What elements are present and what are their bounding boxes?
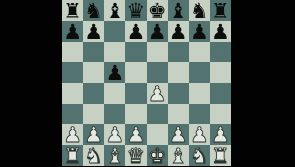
piece-white-bishop: ♝: [105, 146, 124, 167]
square-c3[interactable]: [104, 104, 125, 124]
piece-black-pawn: ♟: [148, 22, 167, 43]
square-h6[interactable]: [210, 42, 231, 62]
square-a4[interactable]: [62, 83, 83, 104]
square-h7[interactable]: ♟: [210, 21, 231, 42]
piece-black-pawn: ♟: [84, 22, 103, 43]
piece-white-rook: ♜: [211, 146, 230, 167]
piece-black-pawn: ♟: [190, 22, 209, 43]
square-f4[interactable]: [168, 83, 189, 104]
square-c7[interactable]: [104, 21, 125, 42]
square-d5[interactable]: [125, 62, 146, 83]
piece-white-queen: ♛: [127, 146, 146, 167]
piece-white-knight: ♞: [190, 146, 209, 167]
piece-white-pawn: ♟: [127, 125, 146, 146]
piece-black-rook: ♜: [63, 1, 82, 22]
square-a6[interactable]: [62, 42, 83, 62]
square-g6[interactable]: [189, 42, 210, 62]
square-g2[interactable]: ♟: [189, 124, 210, 145]
piece-black-king: ♚: [148, 1, 167, 22]
square-f6[interactable]: [168, 42, 189, 62]
video-frame: ♜♞♝♛♚♝♞♜♟♟♟♟♟♟♟♟♟♟♟♟♟♟♟♟♜♞♝♛♚♝♞♜: [0, 0, 295, 166]
square-a7[interactable]: ♟: [62, 21, 83, 42]
square-f5[interactable]: [168, 62, 189, 83]
square-b3[interactable]: [83, 104, 104, 124]
square-c6[interactable]: [104, 42, 125, 62]
square-c2[interactable]: ♟: [104, 124, 125, 145]
square-f2[interactable]: ♟: [168, 124, 189, 145]
piece-white-pawn: ♟: [105, 125, 124, 146]
square-b1[interactable]: ♞: [83, 145, 104, 166]
square-b5[interactable]: [83, 62, 104, 83]
square-b8[interactable]: ♞: [83, 0, 104, 21]
piece-white-knight: ♞: [84, 146, 103, 167]
piece-white-pawn: ♟: [190, 125, 209, 146]
square-g3[interactable]: [189, 104, 210, 124]
square-g1[interactable]: ♞: [189, 145, 210, 166]
square-a1[interactable]: ♜: [62, 145, 83, 166]
square-f7[interactable]: ♟: [168, 21, 189, 42]
square-h2[interactable]: ♟: [210, 124, 231, 145]
square-a3[interactable]: [62, 104, 83, 124]
square-c5[interactable]: ♟: [104, 62, 125, 83]
square-e8[interactable]: ♚: [147, 0, 168, 21]
piece-black-knight: ♞: [84, 1, 103, 22]
square-b4[interactable]: [83, 83, 104, 104]
square-e2[interactable]: [147, 124, 168, 145]
square-g7[interactable]: ♟: [189, 21, 210, 42]
piece-white-pawn: ♟: [63, 125, 82, 146]
square-c8[interactable]: ♝: [104, 0, 125, 21]
square-d8[interactable]: ♛: [125, 0, 146, 21]
square-h1[interactable]: ♜: [210, 145, 231, 166]
square-d2[interactable]: ♟: [125, 124, 146, 145]
square-h8[interactable]: ♜: [210, 0, 231, 21]
square-b6[interactable]: [83, 42, 104, 62]
piece-white-pawn: ♟: [148, 84, 167, 105]
square-h5[interactable]: [210, 62, 231, 83]
square-d1[interactable]: ♛: [125, 145, 146, 166]
chess-board: ♜♞♝♛♚♝♞♜♟♟♟♟♟♟♟♟♟♟♟♟♟♟♟♟♜♞♝♛♚♝♞♜: [62, 0, 231, 166]
square-a2[interactable]: ♟: [62, 124, 83, 145]
square-g8[interactable]: ♞: [189, 0, 210, 21]
square-c4[interactable]: [104, 83, 125, 104]
square-b7[interactable]: ♟: [83, 21, 104, 42]
piece-white-pawn: ♟: [211, 125, 230, 146]
piece-white-pawn: ♟: [84, 125, 103, 146]
square-h4[interactable]: [210, 83, 231, 104]
square-e4[interactable]: ♟: [147, 83, 168, 104]
square-b2[interactable]: ♟: [83, 124, 104, 145]
square-c1[interactable]: ♝: [104, 145, 125, 166]
piece-white-king: ♚: [148, 146, 167, 167]
piece-black-knight: ♞: [190, 1, 209, 22]
square-a8[interactable]: ♜: [62, 0, 83, 21]
piece-black-pawn: ♟: [105, 63, 124, 84]
piece-white-bishop: ♝: [169, 146, 188, 167]
square-e7[interactable]: ♟: [147, 21, 168, 42]
square-d3[interactable]: [125, 104, 146, 124]
piece-black-queen: ♛: [127, 1, 146, 22]
piece-black-bishop: ♝: [169, 1, 188, 22]
square-a5[interactable]: [62, 62, 83, 83]
piece-black-rook: ♜: [211, 1, 230, 22]
square-d6[interactable]: [125, 42, 146, 62]
piece-white-pawn: ♟: [169, 125, 188, 146]
square-f1[interactable]: ♝: [168, 145, 189, 166]
piece-black-pawn: ♟: [169, 22, 188, 43]
square-f3[interactable]: [168, 104, 189, 124]
square-d7[interactable]: ♟: [125, 21, 146, 42]
square-h3[interactable]: [210, 104, 231, 124]
piece-black-pawn: ♟: [127, 22, 146, 43]
square-f8[interactable]: ♝: [168, 0, 189, 21]
piece-black-pawn: ♟: [63, 22, 82, 43]
piece-white-rook: ♜: [63, 146, 82, 167]
square-e1[interactable]: ♚: [147, 145, 168, 166]
square-e3[interactable]: [147, 104, 168, 124]
square-e5[interactable]: [147, 62, 168, 83]
piece-black-pawn: ♟: [211, 22, 230, 43]
square-e6[interactable]: [147, 42, 168, 62]
square-g5[interactable]: [189, 62, 210, 83]
square-d4[interactable]: [125, 83, 146, 104]
square-g4[interactable]: [189, 83, 210, 104]
piece-black-bishop: ♝: [105, 1, 124, 22]
